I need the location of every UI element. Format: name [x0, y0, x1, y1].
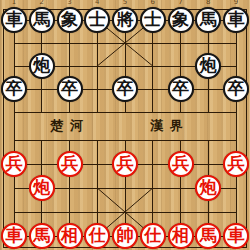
piece-black-soldier[interactable]: 卒	[168, 76, 194, 102]
piece-black-advisor[interactable]: 士	[140, 7, 166, 33]
piece-black-rook[interactable]: 車	[223, 7, 249, 33]
piece-black-general[interactable]: 將	[112, 7, 138, 33]
river-label-han: 漢界	[150, 119, 190, 133]
piece-black-soldier[interactable]: 卒	[57, 76, 83, 102]
piece-black-soldier[interactable]: 卒	[223, 76, 249, 102]
piece-red-general[interactable]: 帥	[112, 223, 138, 249]
piece-red-elephant[interactable]: 相	[168, 223, 194, 249]
river-label-chu: 楚河	[50, 119, 90, 133]
piece-black-elephant[interactable]: 象	[57, 7, 83, 33]
piece-red-elephant[interactable]: 相	[57, 223, 83, 249]
piece-red-rook[interactable]: 車	[223, 223, 249, 249]
piece-red-soldier[interactable]: 兵	[223, 151, 249, 177]
piece-black-cannon[interactable]: 炮	[29, 53, 55, 79]
piece-black-rook[interactable]: 車	[1, 7, 27, 33]
piece-black-horse[interactable]: 馬	[29, 7, 55, 33]
piece-black-elephant[interactable]: 象	[168, 7, 194, 33]
piece-black-soldier[interactable]: 卒	[1, 76, 27, 102]
piece-red-soldier[interactable]: 兵	[112, 151, 138, 177]
piece-red-advisor[interactable]: 仕	[140, 223, 166, 249]
xiangqi-board[interactable]: 123456789	[0, 0, 250, 250]
piece-black-soldier[interactable]: 卒	[112, 76, 138, 102]
board-grid-lines	[0, 0, 250, 250]
piece-red-soldier[interactable]: 兵	[57, 151, 83, 177]
piece-red-horse[interactable]: 馬	[29, 223, 55, 249]
piece-red-rook[interactable]: 車	[1, 223, 27, 249]
piece-red-soldier[interactable]: 兵	[1, 151, 27, 177]
piece-red-cannon[interactable]: 炮	[29, 175, 55, 201]
piece-red-soldier[interactable]: 兵	[168, 151, 194, 177]
